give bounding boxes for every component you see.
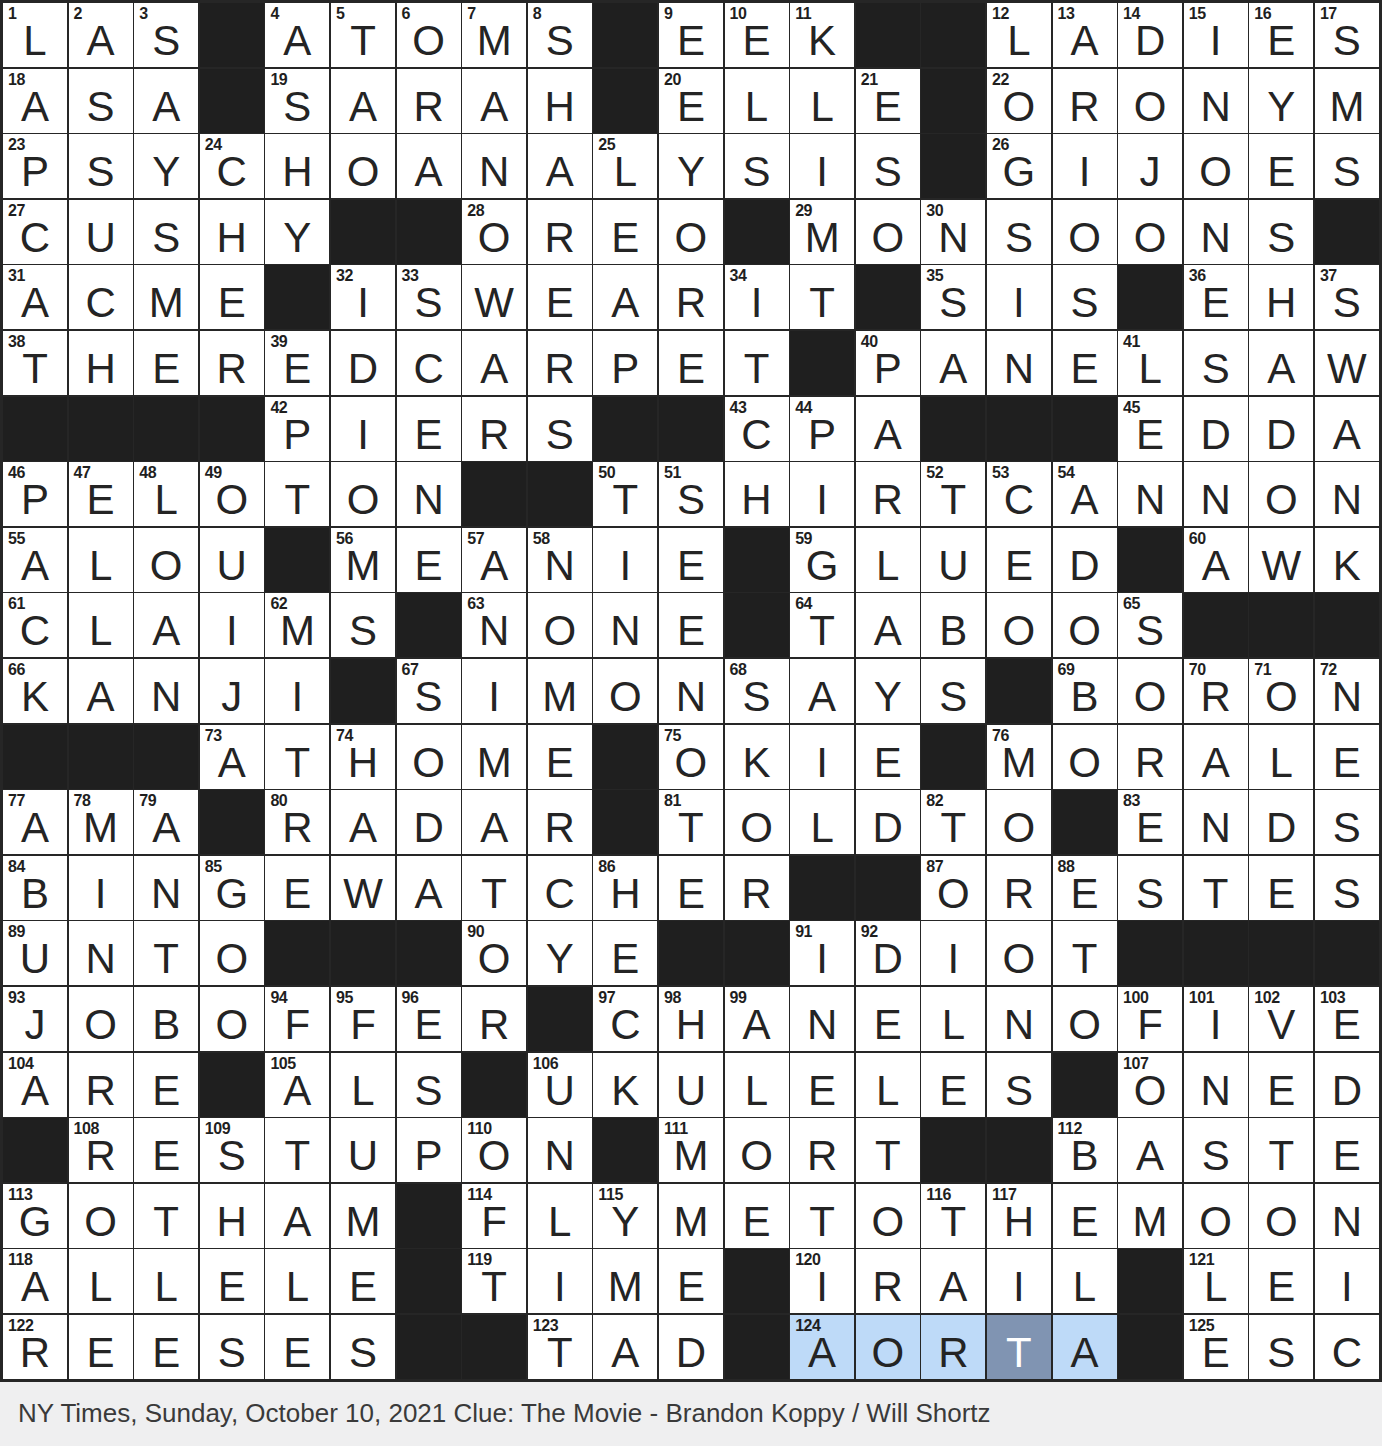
cell-r2c12[interactable]: L xyxy=(725,69,789,133)
cell-r5c15[interactable]: 35S xyxy=(921,265,985,329)
cell-r19c8[interactable]: 114F xyxy=(462,1184,526,1248)
cell-r21c9[interactable]: 123T xyxy=(528,1315,592,1379)
cell-r3c13[interactable]: I xyxy=(790,134,854,198)
cell-r10c8[interactable]: 63N xyxy=(462,593,526,657)
cell-r2c3[interactable]: A xyxy=(134,69,198,133)
cell-r9c16[interactable]: E xyxy=(987,528,1051,592)
cell-r21c6[interactable]: S xyxy=(331,1315,395,1379)
cell-r2c8[interactable]: A xyxy=(462,69,526,133)
cell-r16c21[interactable]: 103E xyxy=(1315,987,1379,1051)
cell-r15c3[interactable]: T xyxy=(134,921,198,985)
cell-r1c2[interactable]: 2A xyxy=(69,3,133,67)
cell-r5c9[interactable]: E xyxy=(528,265,592,329)
cell-r11c19[interactable]: 70R xyxy=(1184,659,1248,723)
cell-r12c6[interactable]: 74H xyxy=(331,725,395,789)
cell-r5c6[interactable]: 32I xyxy=(331,265,395,329)
cell-r6c5[interactable]: 39E xyxy=(265,331,329,395)
cell-r14c19[interactable]: T xyxy=(1184,856,1248,920)
cell-r17c12[interactable]: L xyxy=(725,1053,789,1117)
cell-r13c1[interactable]: 77A xyxy=(3,790,67,854)
cell-r1c16[interactable]: 12L xyxy=(987,3,1051,67)
cell-r8c14[interactable]: R xyxy=(856,462,920,526)
cell-r1c6[interactable]: 5T xyxy=(331,3,395,67)
cell-r19c1[interactable]: 113G xyxy=(3,1184,67,1248)
cell-r17c15[interactable]: E xyxy=(921,1053,985,1117)
cell-r18c13[interactable]: R xyxy=(790,1118,854,1182)
cell-r7c19[interactable]: D xyxy=(1184,397,1248,461)
cell-r6c14[interactable]: 40P xyxy=(856,331,920,395)
cell-r11c12[interactable]: 68S xyxy=(725,659,789,723)
cell-r8c2[interactable]: 47E xyxy=(69,462,133,526)
cell-r17c6[interactable]: L xyxy=(331,1053,395,1117)
cell-r6c7[interactable]: C xyxy=(397,331,461,395)
cell-r6c15[interactable]: A xyxy=(921,331,985,395)
cell-r20c2[interactable]: L xyxy=(69,1249,133,1313)
cell-r2c9[interactable]: H xyxy=(528,69,592,133)
cell-r21c15[interactable]: R xyxy=(921,1315,985,1379)
cell-r1c8[interactable]: 7M xyxy=(462,3,526,67)
cell-r2c1[interactable]: 18A xyxy=(3,69,67,133)
cell-r16c1[interactable]: 93J xyxy=(3,987,67,1051)
cell-r1c11[interactable]: 9E xyxy=(659,3,723,67)
cell-r9c4[interactable]: U xyxy=(200,528,264,592)
cell-r19c19[interactable]: O xyxy=(1184,1184,1248,1248)
cell-r2c19[interactable]: N xyxy=(1184,69,1248,133)
cell-r16c4[interactable]: O xyxy=(200,987,264,1051)
cell-r20c4[interactable]: E xyxy=(200,1249,264,1313)
cell-r5c8[interactable]: W xyxy=(462,265,526,329)
cell-r6c12[interactable]: T xyxy=(725,331,789,395)
cell-r5c7[interactable]: 33S xyxy=(397,265,461,329)
cell-r3c16[interactable]: 26G xyxy=(987,134,1051,198)
cell-r6c16[interactable]: N xyxy=(987,331,1051,395)
cell-r3c18[interactable]: J xyxy=(1118,134,1182,198)
cell-r2c20[interactable]: Y xyxy=(1249,69,1313,133)
cell-r15c8[interactable]: 90O xyxy=(462,921,526,985)
cell-r8c11[interactable]: 51S xyxy=(659,462,723,526)
cell-r15c10[interactable]: E xyxy=(593,921,657,985)
cell-r8c15[interactable]: 52T xyxy=(921,462,985,526)
cell-r13c7[interactable]: D xyxy=(397,790,461,854)
cell-r10c11[interactable]: E xyxy=(659,593,723,657)
cell-r18c8[interactable]: 110O xyxy=(462,1118,526,1182)
cell-r1c5[interactable]: 4A xyxy=(265,3,329,67)
cell-r21c21[interactable]: C xyxy=(1315,1315,1379,1379)
cell-r21c5[interactable]: E xyxy=(265,1315,329,1379)
cell-r21c19[interactable]: 125E xyxy=(1184,1315,1248,1379)
cell-r10c15[interactable]: B xyxy=(921,593,985,657)
cell-r9c20[interactable]: W xyxy=(1249,528,1313,592)
cell-r17c21[interactable]: D xyxy=(1315,1053,1379,1117)
cell-r17c5[interactable]: 105A xyxy=(265,1053,329,1117)
cell-r11c8[interactable]: I xyxy=(462,659,526,723)
cell-r5c17[interactable]: S xyxy=(1053,265,1117,329)
cell-r6c3[interactable]: E xyxy=(134,331,198,395)
cell-r19c16[interactable]: 117H xyxy=(987,1184,1051,1248)
cell-r8c20[interactable]: O xyxy=(1249,462,1313,526)
cell-r9c3[interactable]: O xyxy=(134,528,198,592)
cell-r13c20[interactable]: D xyxy=(1249,790,1313,854)
cell-r6c20[interactable]: A xyxy=(1249,331,1313,395)
cell-r11c21[interactable]: 72N xyxy=(1315,659,1379,723)
cell-r19c20[interactable]: O xyxy=(1249,1184,1313,1248)
cell-r6c8[interactable]: A xyxy=(462,331,526,395)
cell-r17c11[interactable]: U xyxy=(659,1053,723,1117)
cell-r1c19[interactable]: 15I xyxy=(1184,3,1248,67)
cell-r13c13[interactable]: L xyxy=(790,790,854,854)
cell-r6c6[interactable]: D xyxy=(331,331,395,395)
cell-r11c5[interactable]: I xyxy=(265,659,329,723)
cell-r15c9[interactable]: Y xyxy=(528,921,592,985)
cell-r17c20[interactable]: E xyxy=(1249,1053,1313,1117)
cell-r19c15[interactable]: 116T xyxy=(921,1184,985,1248)
cell-r8c19[interactable]: N xyxy=(1184,462,1248,526)
cell-r5c10[interactable]: A xyxy=(593,265,657,329)
cell-r20c1[interactable]: 118A xyxy=(3,1249,67,1313)
cell-r10c6[interactable]: S xyxy=(331,593,395,657)
cell-r16c17[interactable]: O xyxy=(1053,987,1117,1051)
cell-r17c16[interactable]: S xyxy=(987,1053,1051,1117)
cell-r8c1[interactable]: 46P xyxy=(3,462,67,526)
cell-r11c18[interactable]: O xyxy=(1118,659,1182,723)
cell-r3c12[interactable]: S xyxy=(725,134,789,198)
cell-r12c11[interactable]: 75O xyxy=(659,725,723,789)
cell-r21c11[interactable]: D xyxy=(659,1315,723,1379)
cell-r9c7[interactable]: E xyxy=(397,528,461,592)
cell-r17c10[interactable]: K xyxy=(593,1053,657,1117)
cell-r4c10[interactable]: E xyxy=(593,200,657,264)
cell-r17c1[interactable]: 104A xyxy=(3,1053,67,1117)
cell-r18c14[interactable]: T xyxy=(856,1118,920,1182)
cell-r12c14[interactable]: E xyxy=(856,725,920,789)
cell-r9c14[interactable]: L xyxy=(856,528,920,592)
cell-r5c1[interactable]: 31A xyxy=(3,265,67,329)
cell-r2c11[interactable]: 20E xyxy=(659,69,723,133)
cell-r9c11[interactable]: E xyxy=(659,528,723,592)
cell-r4c9[interactable]: R xyxy=(528,200,592,264)
cell-r14c2[interactable]: I xyxy=(69,856,133,920)
cell-r10c14[interactable]: A xyxy=(856,593,920,657)
cell-r1c21[interactable]: 17S xyxy=(1315,3,1379,67)
cell-r1c20[interactable]: 16E xyxy=(1249,3,1313,67)
cell-r3c2[interactable]: S xyxy=(69,134,133,198)
cell-r9c9[interactable]: 58N xyxy=(528,528,592,592)
cell-r16c12[interactable]: 99A xyxy=(725,987,789,1051)
cell-r7c5[interactable]: 42P xyxy=(265,397,329,461)
cell-r3c4[interactable]: 24C xyxy=(200,134,264,198)
cell-r3c1[interactable]: 23P xyxy=(3,134,67,198)
cell-r1c12[interactable]: 10E xyxy=(725,3,789,67)
cell-r9c10[interactable]: I xyxy=(593,528,657,592)
cell-r18c19[interactable]: S xyxy=(1184,1118,1248,1182)
cell-r6c21[interactable]: W xyxy=(1315,331,1379,395)
cell-r12c13[interactable]: I xyxy=(790,725,854,789)
cell-r21c20[interactable]: S xyxy=(1249,1315,1313,1379)
cell-r16c6[interactable]: 95F xyxy=(331,987,395,1051)
cell-r11c20[interactable]: 71O xyxy=(1249,659,1313,723)
cell-r15c1[interactable]: 89U xyxy=(3,921,67,985)
cell-r7c14[interactable]: A xyxy=(856,397,920,461)
cell-r19c6[interactable]: M xyxy=(331,1184,395,1248)
cell-r14c18[interactable]: S xyxy=(1118,856,1182,920)
cell-r13c16[interactable]: O xyxy=(987,790,1051,854)
cell-r7c13[interactable]: 44P xyxy=(790,397,854,461)
cell-r15c17[interactable]: T xyxy=(1053,921,1117,985)
cell-r3c19[interactable]: O xyxy=(1184,134,1248,198)
cell-r14c6[interactable]: W xyxy=(331,856,395,920)
cell-r1c3[interactable]: 3S xyxy=(134,3,198,67)
cell-r19c3[interactable]: T xyxy=(134,1184,198,1248)
cell-r5c3[interactable]: M xyxy=(134,265,198,329)
cell-r21c3[interactable]: E xyxy=(134,1315,198,1379)
cell-r19c17[interactable]: E xyxy=(1053,1184,1117,1248)
cell-r6c2[interactable]: H xyxy=(69,331,133,395)
cell-r15c2[interactable]: N xyxy=(69,921,133,985)
cell-r3c9[interactable]: A xyxy=(528,134,592,198)
cell-r2c18[interactable]: O xyxy=(1118,69,1182,133)
cell-r13c18[interactable]: 83E xyxy=(1118,790,1182,854)
cell-r3c11[interactable]: Y xyxy=(659,134,723,198)
cell-r12c21[interactable]: E xyxy=(1315,725,1379,789)
cell-r18c18[interactable]: A xyxy=(1118,1118,1182,1182)
cell-r16c13[interactable]: N xyxy=(790,987,854,1051)
cell-r8c3[interactable]: 48L xyxy=(134,462,198,526)
cell-r11c2[interactable]: A xyxy=(69,659,133,723)
cell-r13c12[interactable]: O xyxy=(725,790,789,854)
cell-r20c14[interactable]: R xyxy=(856,1249,920,1313)
cell-r12c9[interactable]: E xyxy=(528,725,592,789)
cell-r17c19[interactable]: N xyxy=(1184,1053,1248,1117)
cell-r11c4[interactable]: J xyxy=(200,659,264,723)
cell-r18c9[interactable]: N xyxy=(528,1118,592,1182)
cell-r12c17[interactable]: O xyxy=(1053,725,1117,789)
cell-r1c9[interactable]: 8S xyxy=(528,3,592,67)
cell-r19c2[interactable]: O xyxy=(69,1184,133,1248)
cell-r8c7[interactable]: N xyxy=(397,462,461,526)
cell-r14c16[interactable]: R xyxy=(987,856,1051,920)
cell-r13c11[interactable]: 81T xyxy=(659,790,723,854)
cell-r13c6[interactable]: A xyxy=(331,790,395,854)
cell-r18c20[interactable]: T xyxy=(1249,1118,1313,1182)
cell-r11c7[interactable]: 67S xyxy=(397,659,461,723)
cell-r18c7[interactable]: P xyxy=(397,1118,461,1182)
cell-r3c6[interactable]: O xyxy=(331,134,395,198)
cell-r16c2[interactable]: O xyxy=(69,987,133,1051)
cell-r11c17[interactable]: 69B xyxy=(1053,659,1117,723)
cell-r13c9[interactable]: R xyxy=(528,790,592,854)
cell-r14c21[interactable]: S xyxy=(1315,856,1379,920)
cell-r1c18[interactable]: 14D xyxy=(1118,3,1182,67)
cell-r11c14[interactable]: Y xyxy=(856,659,920,723)
cell-r11c13[interactable]: A xyxy=(790,659,854,723)
cell-r2c21[interactable]: M xyxy=(1315,69,1379,133)
cell-r21c1[interactable]: 122R xyxy=(3,1315,67,1379)
cell-r13c3[interactable]: 79A xyxy=(134,790,198,854)
cell-r3c14[interactable]: S xyxy=(856,134,920,198)
cell-r10c1[interactable]: 61C xyxy=(3,593,67,657)
cell-r10c5[interactable]: 62M xyxy=(265,593,329,657)
cell-r12c16[interactable]: 76M xyxy=(987,725,1051,789)
cell-r7c12[interactable]: 43C xyxy=(725,397,789,461)
cell-r3c8[interactable]: N xyxy=(462,134,526,198)
cell-r7c18[interactable]: 45E xyxy=(1118,397,1182,461)
cell-r16c11[interactable]: 98H xyxy=(659,987,723,1051)
cell-r15c13[interactable]: 91I xyxy=(790,921,854,985)
cell-r11c11[interactable]: N xyxy=(659,659,723,723)
cell-r4c8[interactable]: 28O xyxy=(462,200,526,264)
cell-r20c13[interactable]: 120I xyxy=(790,1249,854,1313)
cell-r20c20[interactable]: E xyxy=(1249,1249,1313,1313)
cell-r6c19[interactable]: S xyxy=(1184,331,1248,395)
cell-r6c18[interactable]: 41L xyxy=(1118,331,1182,395)
cell-r4c20[interactable]: S xyxy=(1249,200,1313,264)
cell-r14c11[interactable]: E xyxy=(659,856,723,920)
cell-r13c5[interactable]: 80R xyxy=(265,790,329,854)
cell-r7c21[interactable]: A xyxy=(1315,397,1379,461)
cell-r9c15[interactable]: U xyxy=(921,528,985,592)
cell-r21c2[interactable]: E xyxy=(69,1315,133,1379)
cell-r5c2[interactable]: C xyxy=(69,265,133,329)
cell-r18c21[interactable]: E xyxy=(1315,1118,1379,1182)
cell-r7c6[interactable]: I xyxy=(331,397,395,461)
cell-r7c9[interactable]: S xyxy=(528,397,592,461)
cell-r16c3[interactable]: B xyxy=(134,987,198,1051)
cell-r18c11[interactable]: 111M xyxy=(659,1118,723,1182)
cell-r13c15[interactable]: 82T xyxy=(921,790,985,854)
cell-r21c17[interactable]: A xyxy=(1053,1315,1117,1379)
cell-r14c4[interactable]: 85G xyxy=(200,856,264,920)
cell-r10c10[interactable]: N xyxy=(593,593,657,657)
cell-r5c11[interactable]: R xyxy=(659,265,723,329)
cell-r4c3[interactable]: S xyxy=(134,200,198,264)
cell-r4c17[interactable]: O xyxy=(1053,200,1117,264)
cell-r16c7[interactable]: 96E xyxy=(397,987,461,1051)
cell-r14c12[interactable]: R xyxy=(725,856,789,920)
cell-r12c8[interactable]: M xyxy=(462,725,526,789)
cell-r5c16[interactable]: I xyxy=(987,265,1051,329)
cell-r6c1[interactable]: 38T xyxy=(3,331,67,395)
cell-r10c9[interactable]: O xyxy=(528,593,592,657)
cell-r6c4[interactable]: R xyxy=(200,331,264,395)
cell-r2c16[interactable]: 22O xyxy=(987,69,1051,133)
cell-r2c2[interactable]: S xyxy=(69,69,133,133)
cell-r15c15[interactable]: I xyxy=(921,921,985,985)
cell-r21c16[interactable]: T xyxy=(987,1315,1051,1379)
cell-r5c12[interactable]: 34I xyxy=(725,265,789,329)
cell-r20c10[interactable]: M xyxy=(593,1249,657,1313)
cell-r16c19[interactable]: 101I xyxy=(1184,987,1248,1051)
cell-r19c14[interactable]: O xyxy=(856,1184,920,1248)
cell-r10c3[interactable]: A xyxy=(134,593,198,657)
cell-r12c20[interactable]: L xyxy=(1249,725,1313,789)
cell-r3c21[interactable]: S xyxy=(1315,134,1379,198)
cell-r19c4[interactable]: H xyxy=(200,1184,264,1248)
cell-r18c17[interactable]: 112B xyxy=(1053,1118,1117,1182)
cell-r1c1[interactable]: 1L xyxy=(3,3,67,67)
cell-r10c4[interactable]: I xyxy=(200,593,264,657)
cell-r15c14[interactable]: 92D xyxy=(856,921,920,985)
cell-r19c10[interactable]: 115Y xyxy=(593,1184,657,1248)
cell-r4c16[interactable]: S xyxy=(987,200,1051,264)
cell-r16c5[interactable]: 94F xyxy=(265,987,329,1051)
cell-r8c12[interactable]: H xyxy=(725,462,789,526)
cell-r11c9[interactable]: M xyxy=(528,659,592,723)
cell-r8c5[interactable]: T xyxy=(265,462,329,526)
cell-r18c5[interactable]: T xyxy=(265,1118,329,1182)
cell-r2c13[interactable]: L xyxy=(790,69,854,133)
cell-r10c17[interactable]: O xyxy=(1053,593,1117,657)
cell-r20c11[interactable]: E xyxy=(659,1249,723,1313)
cell-r8c16[interactable]: 53C xyxy=(987,462,1051,526)
cell-r21c13[interactable]: 124A xyxy=(790,1315,854,1379)
cell-r10c18[interactable]: 65S xyxy=(1118,593,1182,657)
cell-r9c21[interactable]: K xyxy=(1315,528,1379,592)
cell-r16c20[interactable]: 102V xyxy=(1249,987,1313,1051)
cell-r15c16[interactable]: O xyxy=(987,921,1051,985)
cell-r20c16[interactable]: I xyxy=(987,1249,1051,1313)
cell-r5c13[interactable]: T xyxy=(790,265,854,329)
cell-r11c1[interactable]: 66K xyxy=(3,659,67,723)
cell-r20c5[interactable]: L xyxy=(265,1249,329,1313)
cell-r14c3[interactable]: N xyxy=(134,856,198,920)
cell-r6c10[interactable]: P xyxy=(593,331,657,395)
cell-r12c19[interactable]: A xyxy=(1184,725,1248,789)
cell-r14c15[interactable]: 87O xyxy=(921,856,985,920)
cell-r20c19[interactable]: 121L xyxy=(1184,1249,1248,1313)
cell-r4c1[interactable]: 27C xyxy=(3,200,67,264)
cell-r18c12[interactable]: O xyxy=(725,1118,789,1182)
cell-r2c7[interactable]: R xyxy=(397,69,461,133)
cell-r17c2[interactable]: R xyxy=(69,1053,133,1117)
cell-r14c10[interactable]: 86H xyxy=(593,856,657,920)
cell-r19c12[interactable]: E xyxy=(725,1184,789,1248)
cell-r18c6[interactable]: U xyxy=(331,1118,395,1182)
cell-r18c3[interactable]: E xyxy=(134,1118,198,1182)
cell-r8c13[interactable]: I xyxy=(790,462,854,526)
cell-r12c7[interactable]: O xyxy=(397,725,461,789)
cell-r1c17[interactable]: 13A xyxy=(1053,3,1117,67)
cell-r17c18[interactable]: 107O xyxy=(1118,1053,1182,1117)
cell-r13c19[interactable]: N xyxy=(1184,790,1248,854)
cell-r10c2[interactable]: L xyxy=(69,593,133,657)
cell-r12c18[interactable]: R xyxy=(1118,725,1182,789)
cell-r3c7[interactable]: A xyxy=(397,134,461,198)
cell-r18c2[interactable]: 108R xyxy=(69,1118,133,1182)
cell-r17c3[interactable]: E xyxy=(134,1053,198,1117)
cell-r9c2[interactable]: L xyxy=(69,528,133,592)
cell-r21c10[interactable]: A xyxy=(593,1315,657,1379)
cell-r8c6[interactable]: O xyxy=(331,462,395,526)
cell-r12c5[interactable]: T xyxy=(265,725,329,789)
cell-r16c10[interactable]: 97C xyxy=(593,987,657,1051)
cell-r7c20[interactable]: D xyxy=(1249,397,1313,461)
cell-r9c1[interactable]: 55A xyxy=(3,528,67,592)
cell-r16c18[interactable]: 100F xyxy=(1118,987,1182,1051)
cell-r8c10[interactable]: 50T xyxy=(593,462,657,526)
cell-r20c3[interactable]: L xyxy=(134,1249,198,1313)
cell-r21c4[interactable]: S xyxy=(200,1315,264,1379)
cell-r11c15[interactable]: S xyxy=(921,659,985,723)
cell-r2c14[interactable]: 21E xyxy=(856,69,920,133)
cell-r14c9[interactable]: C xyxy=(528,856,592,920)
cell-r14c7[interactable]: A xyxy=(397,856,461,920)
cell-r20c15[interactable]: A xyxy=(921,1249,985,1313)
cell-r16c15[interactable]: L xyxy=(921,987,985,1051)
cell-r19c13[interactable]: T xyxy=(790,1184,854,1248)
cell-r16c16[interactable]: N xyxy=(987,987,1051,1051)
cell-r21c14[interactable]: O xyxy=(856,1315,920,1379)
cell-r4c4[interactable]: H xyxy=(200,200,264,264)
